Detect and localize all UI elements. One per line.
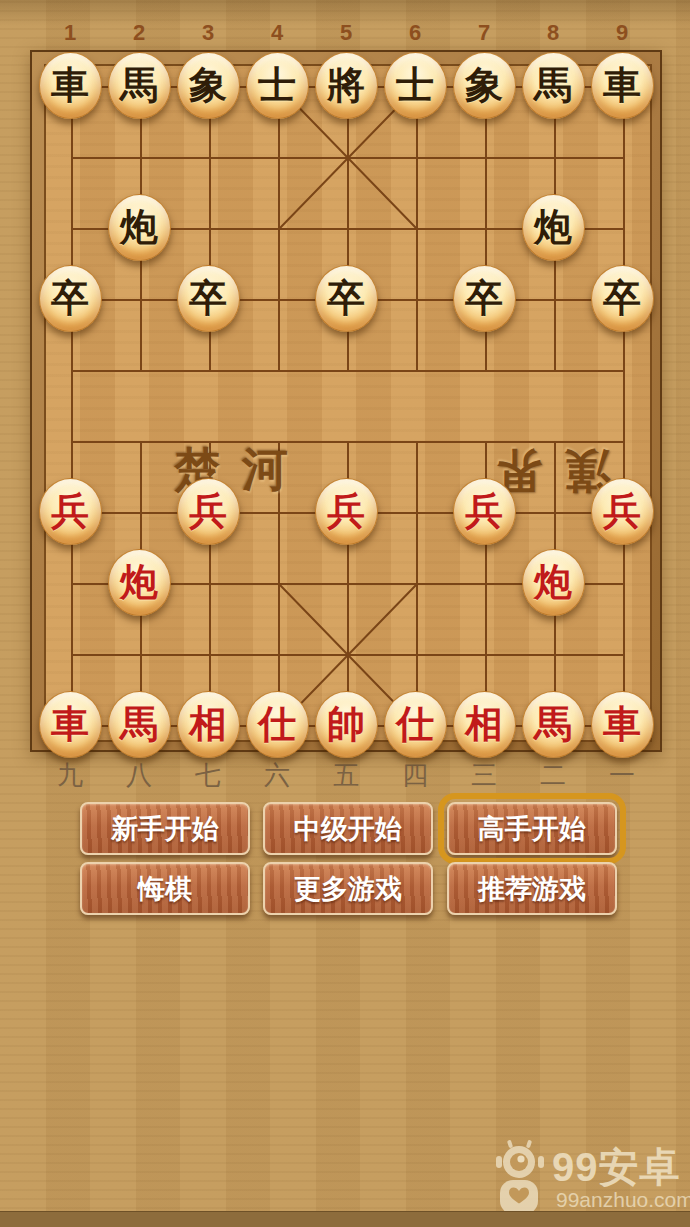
bottom-edge-strip [0,1211,690,1227]
menu-button-6[interactable]: 推荐游戏 [447,862,617,915]
piece-red-炮-f8r8[interactable]: 炮 [522,549,585,616]
file-label-bottom-八: 八 [121,758,157,793]
file-label-bottom-七: 七 [190,758,226,793]
file-label-bottom-六: 六 [259,758,295,793]
piece-black-車-f1r1[interactable]: 車 [39,52,102,119]
board-grid-lines [46,66,650,740]
menu-button-3[interactable]: 高手开始 [447,802,617,855]
file-label-top-1: 1 [52,20,88,46]
piece-red-兵-f5r7[interactable]: 兵 [315,478,378,545]
piece-red-仕-f4r10[interactable]: 仕 [246,691,309,758]
robot-mascot-icon [494,1140,546,1222]
piece-black-馬-f8r1[interactable]: 馬 [522,52,585,119]
file-label-top-2: 2 [121,20,157,46]
file-label-top-9: 9 [604,20,640,46]
piece-black-卒-f3r4[interactable]: 卒 [177,265,240,332]
piece-black-卒-f5r4[interactable]: 卒 [315,265,378,332]
piece-black-士-f6r1[interactable]: 士 [384,52,447,119]
piece-black-馬-f2r1[interactable]: 馬 [108,52,171,119]
file-label-bottom-一: 一 [604,758,640,793]
piece-red-馬-f8r10[interactable]: 馬 [522,691,585,758]
file-label-top-6: 6 [397,20,433,46]
piece-red-兵-f3r7[interactable]: 兵 [177,478,240,545]
file-label-top-7: 7 [466,20,502,46]
piece-black-將-f5r1[interactable]: 將 [315,52,378,119]
piece-red-仕-f6r10[interactable]: 仕 [384,691,447,758]
piece-red-車-f9r10[interactable]: 車 [591,691,654,758]
piece-black-卒-f9r4[interactable]: 卒 [591,265,654,332]
piece-black-炮-f8r3[interactable]: 炮 [522,194,585,261]
piece-red-帥-f5r10[interactable]: 帥 [315,691,378,758]
piece-red-相-f7r10[interactable]: 相 [453,691,516,758]
watermark-brand: 99安卓 [552,1140,682,1195]
file-label-bottom-二: 二 [535,758,571,793]
piece-red-相-f3r10[interactable]: 相 [177,691,240,758]
watermark-domain: 99anzhuo.com [556,1188,682,1212]
piece-red-兵-f9r7[interactable]: 兵 [591,478,654,545]
file-label-bottom-五: 五 [328,758,364,793]
piece-red-車-f1r10[interactable]: 車 [39,691,102,758]
file-label-top-4: 4 [259,20,295,46]
file-label-top-8: 8 [535,20,571,46]
menu-button-4[interactable]: 悔棋 [80,862,250,915]
file-label-top-5: 5 [328,20,364,46]
file-label-bottom-四: 四 [397,758,433,793]
piece-black-象-f7r1[interactable]: 象 [453,52,516,119]
file-label-top-3: 3 [190,20,226,46]
piece-black-卒-f1r4[interactable]: 卒 [39,265,102,332]
xiangqi-board: 楚河 漢界 [30,50,662,752]
piece-black-象-f3r1[interactable]: 象 [177,52,240,119]
menu-button-5[interactable]: 更多游戏 [263,862,433,915]
piece-red-兵-f1r7[interactable]: 兵 [39,478,102,545]
file-label-bottom-三: 三 [466,758,502,793]
file-label-bottom-九: 九 [52,758,88,793]
watermark: 99安卓 99anzhuo.com [494,1138,684,1222]
piece-black-士-f4r1[interactable]: 士 [246,52,309,119]
piece-red-兵-f7r7[interactable]: 兵 [453,478,516,545]
piece-red-炮-f2r8[interactable]: 炮 [108,549,171,616]
menu-button-1[interactable]: 新手开始 [80,802,250,855]
xiangqi-game-screen: 楚河 漢界 123456789 九八七六五四三二一 車馬象士將士象馬車炮炮卒卒卒… [0,0,690,1227]
menu-button-2[interactable]: 中级开始 [263,802,433,855]
piece-black-炮-f2r3[interactable]: 炮 [108,194,171,261]
piece-black-卒-f7r4[interactable]: 卒 [453,265,516,332]
board-field[interactable]: 楚河 漢界 [44,64,652,742]
piece-red-馬-f2r10[interactable]: 馬 [108,691,171,758]
piece-black-車-f9r1[interactable]: 車 [591,52,654,119]
